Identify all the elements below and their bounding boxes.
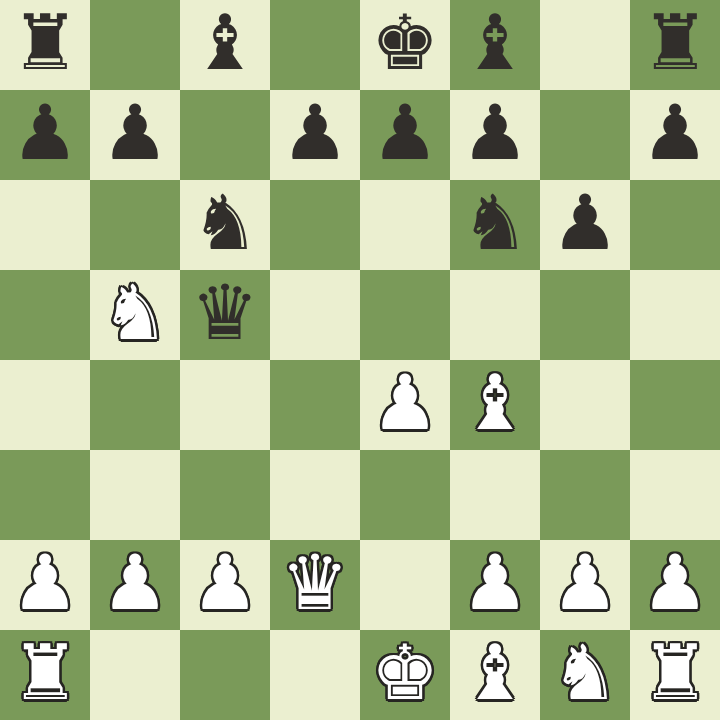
square-c6[interactable]: ♞ — [180, 180, 270, 270]
square-b8[interactable] — [90, 0, 180, 90]
square-e7[interactable]: ♟ — [360, 90, 450, 180]
square-d6[interactable] — [270, 180, 360, 270]
square-h1[interactable]: ♜ — [630, 630, 720, 720]
piece-black-bishop[interactable]: ♝ — [191, 0, 259, 88]
square-d1[interactable] — [270, 630, 360, 720]
square-g2[interactable]: ♟ — [540, 540, 630, 630]
square-g7[interactable] — [540, 90, 630, 180]
chess-board: ♜♝♚♝♜♟♟♟♟♟♟♞♞♟♞♛♟♝♟♟♟♛♟♟♟♜♚♝♞♜ — [0, 0, 720, 720]
piece-black-knight[interactable]: ♞ — [461, 178, 529, 268]
square-e3[interactable] — [360, 450, 450, 540]
square-e6[interactable] — [360, 180, 450, 270]
square-h7[interactable]: ♟ — [630, 90, 720, 180]
piece-white-pawn[interactable]: ♟ — [101, 538, 169, 628]
square-d2[interactable]: ♛ — [270, 540, 360, 630]
square-d8[interactable] — [270, 0, 360, 90]
piece-black-king[interactable]: ♚ — [371, 0, 439, 88]
square-g5[interactable] — [540, 270, 630, 360]
square-b7[interactable]: ♟ — [90, 90, 180, 180]
piece-white-knight[interactable]: ♞ — [551, 628, 619, 718]
square-f3[interactable] — [450, 450, 540, 540]
square-b3[interactable] — [90, 450, 180, 540]
square-f5[interactable] — [450, 270, 540, 360]
square-h6[interactable] — [630, 180, 720, 270]
square-b5[interactable]: ♞ — [90, 270, 180, 360]
piece-black-pawn[interactable]: ♟ — [371, 88, 439, 178]
square-a4[interactable] — [0, 360, 90, 450]
square-f4[interactable]: ♝ — [450, 360, 540, 450]
square-f8[interactable]: ♝ — [450, 0, 540, 90]
square-g1[interactable]: ♞ — [540, 630, 630, 720]
piece-white-pawn[interactable]: ♟ — [11, 538, 79, 628]
piece-white-rook[interactable]: ♜ — [11, 628, 79, 718]
square-b6[interactable] — [90, 180, 180, 270]
square-h8[interactable]: ♜ — [630, 0, 720, 90]
square-a2[interactable]: ♟ — [0, 540, 90, 630]
piece-white-pawn[interactable]: ♟ — [461, 538, 529, 628]
square-c3[interactable] — [180, 450, 270, 540]
piece-white-pawn[interactable]: ♟ — [371, 358, 439, 448]
piece-black-pawn[interactable]: ♟ — [281, 88, 349, 178]
square-e2[interactable] — [360, 540, 450, 630]
square-b1[interactable] — [90, 630, 180, 720]
square-a3[interactable] — [0, 450, 90, 540]
square-h5[interactable] — [630, 270, 720, 360]
square-e5[interactable] — [360, 270, 450, 360]
piece-white-knight[interactable]: ♞ — [101, 268, 169, 358]
square-c4[interactable] — [180, 360, 270, 450]
piece-white-bishop[interactable]: ♝ — [461, 358, 529, 448]
piece-black-knight[interactable]: ♞ — [191, 178, 259, 268]
square-c5[interactable]: ♛ — [180, 270, 270, 360]
square-d4[interactable] — [270, 360, 360, 450]
square-c1[interactable] — [180, 630, 270, 720]
square-a5[interactable] — [0, 270, 90, 360]
square-g3[interactable] — [540, 450, 630, 540]
square-h4[interactable] — [630, 360, 720, 450]
square-f1[interactable]: ♝ — [450, 630, 540, 720]
square-a6[interactable] — [0, 180, 90, 270]
square-c2[interactable]: ♟ — [180, 540, 270, 630]
piece-white-pawn[interactable]: ♟ — [191, 538, 259, 628]
piece-white-bishop[interactable]: ♝ — [461, 628, 529, 718]
piece-white-pawn[interactable]: ♟ — [551, 538, 619, 628]
square-e4[interactable]: ♟ — [360, 360, 450, 450]
piece-white-queen[interactable]: ♛ — [281, 538, 349, 628]
piece-black-queen[interactable]: ♛ — [191, 268, 259, 358]
square-g6[interactable]: ♟ — [540, 180, 630, 270]
piece-white-pawn[interactable]: ♟ — [641, 538, 709, 628]
square-e8[interactable]: ♚ — [360, 0, 450, 90]
piece-black-rook[interactable]: ♜ — [11, 0, 79, 88]
square-c8[interactable]: ♝ — [180, 0, 270, 90]
piece-black-pawn[interactable]: ♟ — [641, 88, 709, 178]
square-a7[interactable]: ♟ — [0, 90, 90, 180]
piece-black-pawn[interactable]: ♟ — [101, 88, 169, 178]
piece-black-bishop[interactable]: ♝ — [461, 0, 529, 88]
square-e1[interactable]: ♚ — [360, 630, 450, 720]
piece-black-pawn[interactable]: ♟ — [551, 178, 619, 268]
square-c7[interactable] — [180, 90, 270, 180]
square-g4[interactable] — [540, 360, 630, 450]
square-f7[interactable]: ♟ — [450, 90, 540, 180]
piece-black-pawn[interactable]: ♟ — [461, 88, 529, 178]
square-h3[interactable] — [630, 450, 720, 540]
square-a8[interactable]: ♜ — [0, 0, 90, 90]
square-h2[interactable]: ♟ — [630, 540, 720, 630]
square-b2[interactable]: ♟ — [90, 540, 180, 630]
piece-black-rook[interactable]: ♜ — [641, 0, 709, 88]
square-d3[interactable] — [270, 450, 360, 540]
square-g8[interactable] — [540, 0, 630, 90]
square-f2[interactable]: ♟ — [450, 540, 540, 630]
piece-white-rook[interactable]: ♜ — [641, 628, 709, 718]
piece-black-pawn[interactable]: ♟ — [11, 88, 79, 178]
square-b4[interactable] — [90, 360, 180, 450]
square-d7[interactable]: ♟ — [270, 90, 360, 180]
square-a1[interactable]: ♜ — [0, 630, 90, 720]
piece-white-king[interactable]: ♚ — [371, 628, 439, 718]
square-f6[interactable]: ♞ — [450, 180, 540, 270]
square-d5[interactable] — [270, 270, 360, 360]
